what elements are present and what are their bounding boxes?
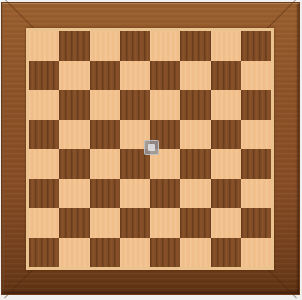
square-d3[interactable] xyxy=(120,179,150,209)
square-h7[interactable] xyxy=(241,61,271,91)
square-f6[interactable] xyxy=(180,90,210,120)
square-d7[interactable] xyxy=(120,61,150,91)
square-e2[interactable] xyxy=(150,208,180,238)
chessboard-photo xyxy=(1,2,300,295)
square-h2[interactable] xyxy=(241,208,271,238)
square-f4[interactable] xyxy=(180,149,210,179)
square-f7[interactable] xyxy=(180,61,210,91)
square-c2[interactable] xyxy=(90,208,120,238)
square-f2[interactable] xyxy=(180,208,210,238)
square-f3[interactable] xyxy=(180,179,210,209)
square-g4[interactable] xyxy=(211,149,241,179)
square-h1[interactable] xyxy=(241,238,271,268)
square-g7[interactable] xyxy=(211,61,241,91)
square-e1[interactable] xyxy=(150,238,180,268)
square-f8[interactable] xyxy=(180,31,210,61)
frame-mitre-bottom-left xyxy=(4,267,36,299)
square-a3[interactable] xyxy=(29,179,59,209)
square-f5[interactable] xyxy=(180,120,210,150)
square-g5[interactable] xyxy=(211,120,241,150)
square-e8[interactable] xyxy=(150,31,180,61)
square-h3[interactable] xyxy=(241,179,271,209)
square-d1[interactable] xyxy=(120,238,150,268)
square-a6[interactable] xyxy=(29,90,59,120)
square-d8[interactable] xyxy=(120,31,150,61)
square-a5[interactable] xyxy=(29,120,59,150)
square-h5[interactable] xyxy=(241,120,271,150)
square-d2[interactable] xyxy=(120,208,150,238)
screenshot-background xyxy=(0,0,302,300)
square-c3[interactable] xyxy=(90,179,120,209)
frame-mitre-top-right xyxy=(265,0,297,30)
square-g2[interactable] xyxy=(211,208,241,238)
square-a4[interactable] xyxy=(29,149,59,179)
square-c7[interactable] xyxy=(90,61,120,91)
square-c4[interactable] xyxy=(90,149,120,179)
square-c1[interactable] xyxy=(90,238,120,268)
square-a1[interactable] xyxy=(29,238,59,268)
square-c5[interactable] xyxy=(90,120,120,150)
square-b2[interactable] xyxy=(59,208,89,238)
square-b5[interactable] xyxy=(59,120,89,150)
square-b6[interactable] xyxy=(59,90,89,120)
square-g6[interactable] xyxy=(211,90,241,120)
square-b4[interactable] xyxy=(59,149,89,179)
square-g1[interactable] xyxy=(211,238,241,268)
square-c6[interactable] xyxy=(90,90,120,120)
square-h4[interactable] xyxy=(241,149,271,179)
square-b7[interactable] xyxy=(59,61,89,91)
image-placeholder-icon xyxy=(144,140,159,155)
square-e7[interactable] xyxy=(150,61,180,91)
square-e3[interactable] xyxy=(150,179,180,209)
square-b1[interactable] xyxy=(59,238,89,268)
square-g3[interactable] xyxy=(211,179,241,209)
square-b8[interactable] xyxy=(59,31,89,61)
square-e6[interactable] xyxy=(150,90,180,120)
square-h8[interactable] xyxy=(241,31,271,61)
square-d6[interactable] xyxy=(120,90,150,120)
square-g8[interactable] xyxy=(211,31,241,61)
square-h6[interactable] xyxy=(241,90,271,120)
square-a2[interactable] xyxy=(29,208,59,238)
square-a8[interactable] xyxy=(29,31,59,61)
frame-mitre-top-left xyxy=(4,0,36,30)
frame-mitre-bottom-right xyxy=(265,267,297,299)
square-c8[interactable] xyxy=(90,31,120,61)
square-a7[interactable] xyxy=(29,61,59,91)
square-f1[interactable] xyxy=(180,238,210,268)
square-b3[interactable] xyxy=(59,179,89,209)
